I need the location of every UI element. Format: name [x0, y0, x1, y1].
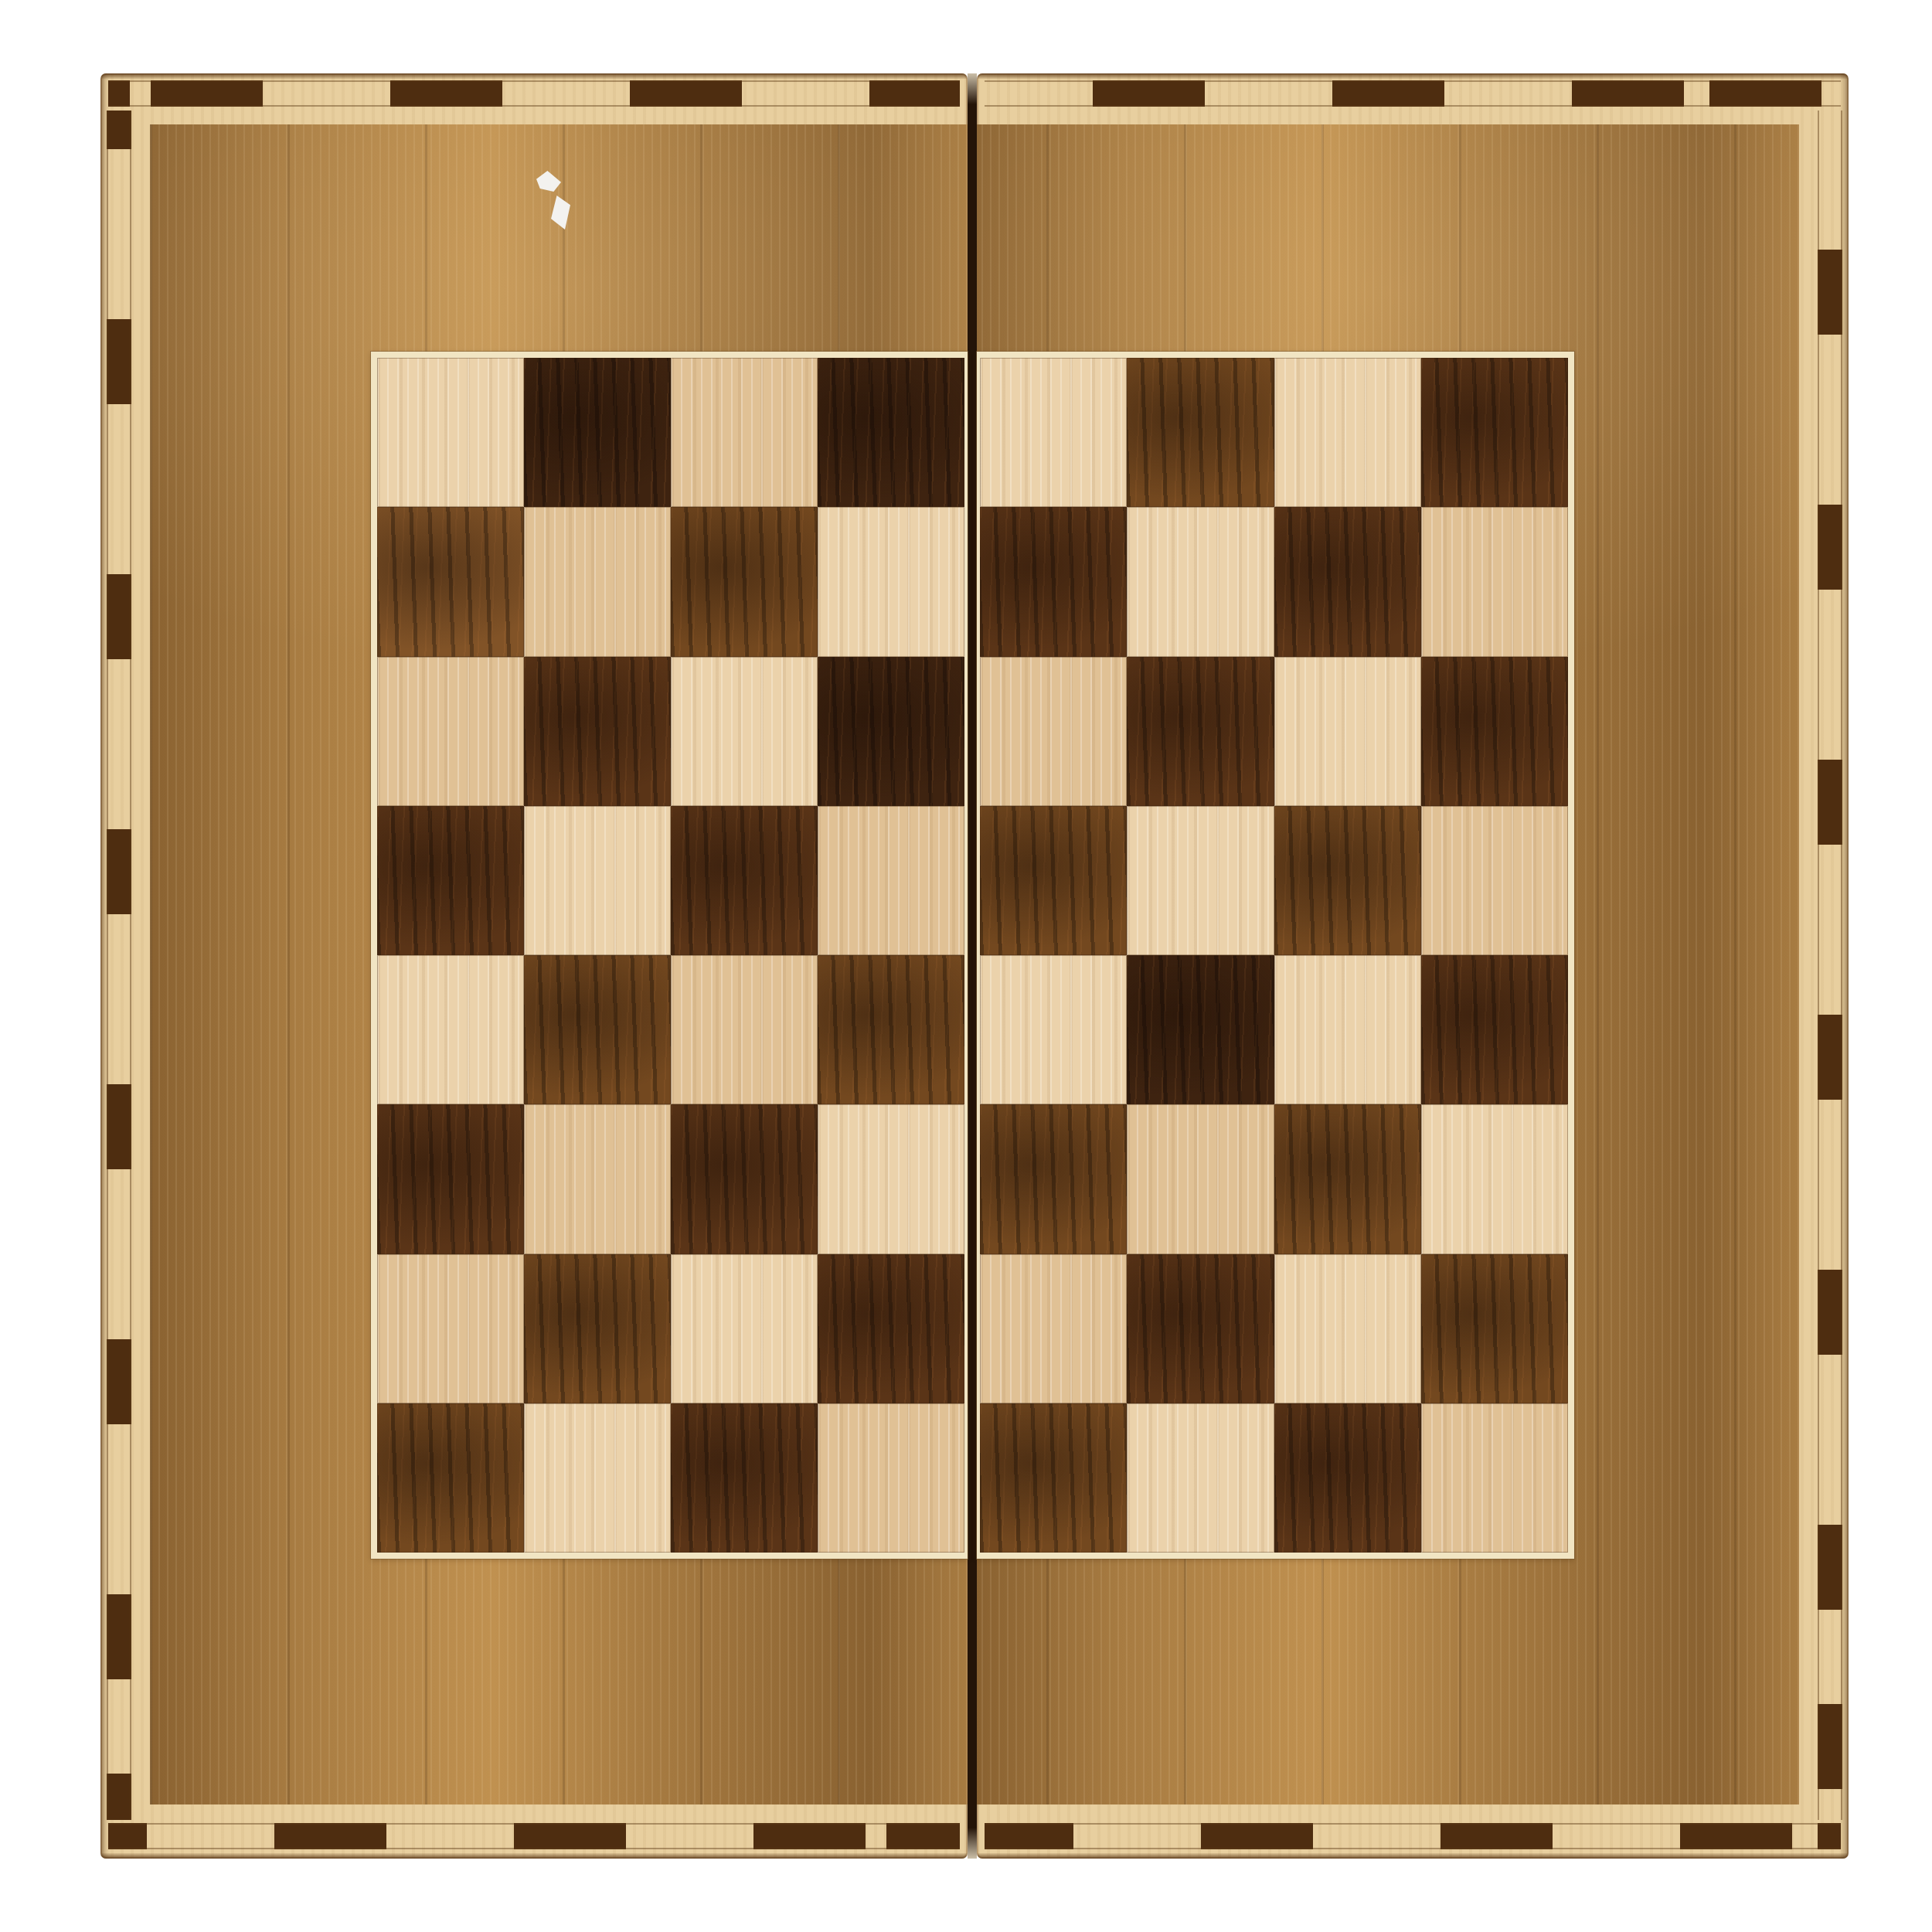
square-b1[interactable]	[524, 1403, 671, 1553]
square-g1[interactable]	[1274, 1403, 1421, 1553]
square-g3[interactable]	[1274, 1104, 1421, 1253]
square-g5[interactable]	[1274, 806, 1421, 955]
square-c3[interactable]	[671, 1104, 818, 1253]
square-g6[interactable]	[1274, 657, 1421, 806]
square-e3[interactable]	[980, 1104, 1127, 1253]
square-e6[interactable]	[980, 657, 1127, 806]
square-h2[interactable]	[1421, 1254, 1568, 1403]
square-a2[interactable]	[377, 1254, 524, 1403]
square-c5[interactable]	[671, 806, 818, 955]
square-a8[interactable]	[377, 358, 524, 507]
square-a5[interactable]	[377, 806, 524, 955]
square-a3[interactable]	[377, 1104, 524, 1253]
paint-chip-blemish	[536, 171, 561, 192]
square-h6[interactable]	[1421, 657, 1568, 806]
square-h3[interactable]	[1421, 1104, 1568, 1253]
square-g7[interactable]	[1274, 507, 1421, 656]
square-c7[interactable]	[671, 507, 818, 656]
square-d8[interactable]	[818, 358, 964, 507]
square-e5[interactable]	[980, 806, 1127, 955]
inlay-dash-border-top-left	[108, 80, 960, 107]
photo-background	[0, 0, 1932, 1932]
square-f6[interactable]	[1127, 657, 1274, 806]
square-a6[interactable]	[377, 657, 524, 806]
square-b4[interactable]	[524, 955, 671, 1104]
left-panel	[100, 73, 968, 1859]
inlay-dash-border-bottom-right	[985, 1823, 1841, 1849]
square-h7[interactable]	[1421, 507, 1568, 656]
square-d7[interactable]	[818, 507, 964, 656]
square-d3[interactable]	[818, 1104, 964, 1253]
right-panel	[977, 73, 1849, 1859]
hinge-seam	[968, 73, 977, 1859]
square-b6[interactable]	[524, 657, 671, 806]
square-a1[interactable]	[377, 1403, 524, 1553]
square-c4[interactable]	[671, 955, 818, 1104]
square-h4[interactable]	[1421, 955, 1568, 1104]
square-d6[interactable]	[818, 657, 964, 806]
square-d5[interactable]	[818, 806, 964, 955]
square-c1[interactable]	[671, 1403, 818, 1553]
inlay-dash-border-bottom-left	[108, 1823, 960, 1849]
square-g2[interactable]	[1274, 1254, 1421, 1403]
square-c2[interactable]	[671, 1254, 818, 1403]
folding-chessboard	[100, 73, 1849, 1859]
square-b5[interactable]	[524, 806, 671, 955]
square-d2[interactable]	[818, 1254, 964, 1403]
square-b2[interactable]	[524, 1254, 671, 1403]
square-f7[interactable]	[1127, 507, 1274, 656]
inlay-dash-border-top-right	[985, 80, 1841, 107]
square-g4[interactable]	[1274, 955, 1421, 1104]
square-c6[interactable]	[671, 657, 818, 806]
square-c8[interactable]	[671, 358, 818, 507]
square-e2[interactable]	[980, 1254, 1127, 1403]
square-b3[interactable]	[524, 1104, 671, 1253]
checkerboard-right-half	[977, 352, 1574, 1559]
square-f8[interactable]	[1127, 358, 1274, 507]
square-f2[interactable]	[1127, 1254, 1274, 1403]
square-a4[interactable]	[377, 955, 524, 1104]
square-b7[interactable]	[524, 507, 671, 656]
square-d4[interactable]	[818, 955, 964, 1104]
square-d1[interactable]	[818, 1403, 964, 1553]
inlay-dash-border-right-edge	[1818, 111, 1842, 1820]
square-g8[interactable]	[1274, 358, 1421, 507]
checkerboard-left-half	[371, 352, 968, 1559]
square-e1[interactable]	[980, 1403, 1127, 1553]
square-h8[interactable]	[1421, 358, 1568, 507]
square-f4[interactable]	[1127, 955, 1274, 1104]
square-e8[interactable]	[980, 358, 1127, 507]
paint-chip-blemish	[551, 196, 570, 230]
square-f5[interactable]	[1127, 806, 1274, 955]
square-h1[interactable]	[1421, 1403, 1568, 1553]
square-f3[interactable]	[1127, 1104, 1274, 1253]
square-b8[interactable]	[524, 358, 671, 507]
square-h5[interactable]	[1421, 806, 1568, 955]
inlay-dash-border-left-edge	[107, 111, 131, 1820]
square-a7[interactable]	[377, 507, 524, 656]
square-f1[interactable]	[1127, 1403, 1274, 1553]
square-e7[interactable]	[980, 507, 1127, 656]
square-e4[interactable]	[980, 955, 1127, 1104]
